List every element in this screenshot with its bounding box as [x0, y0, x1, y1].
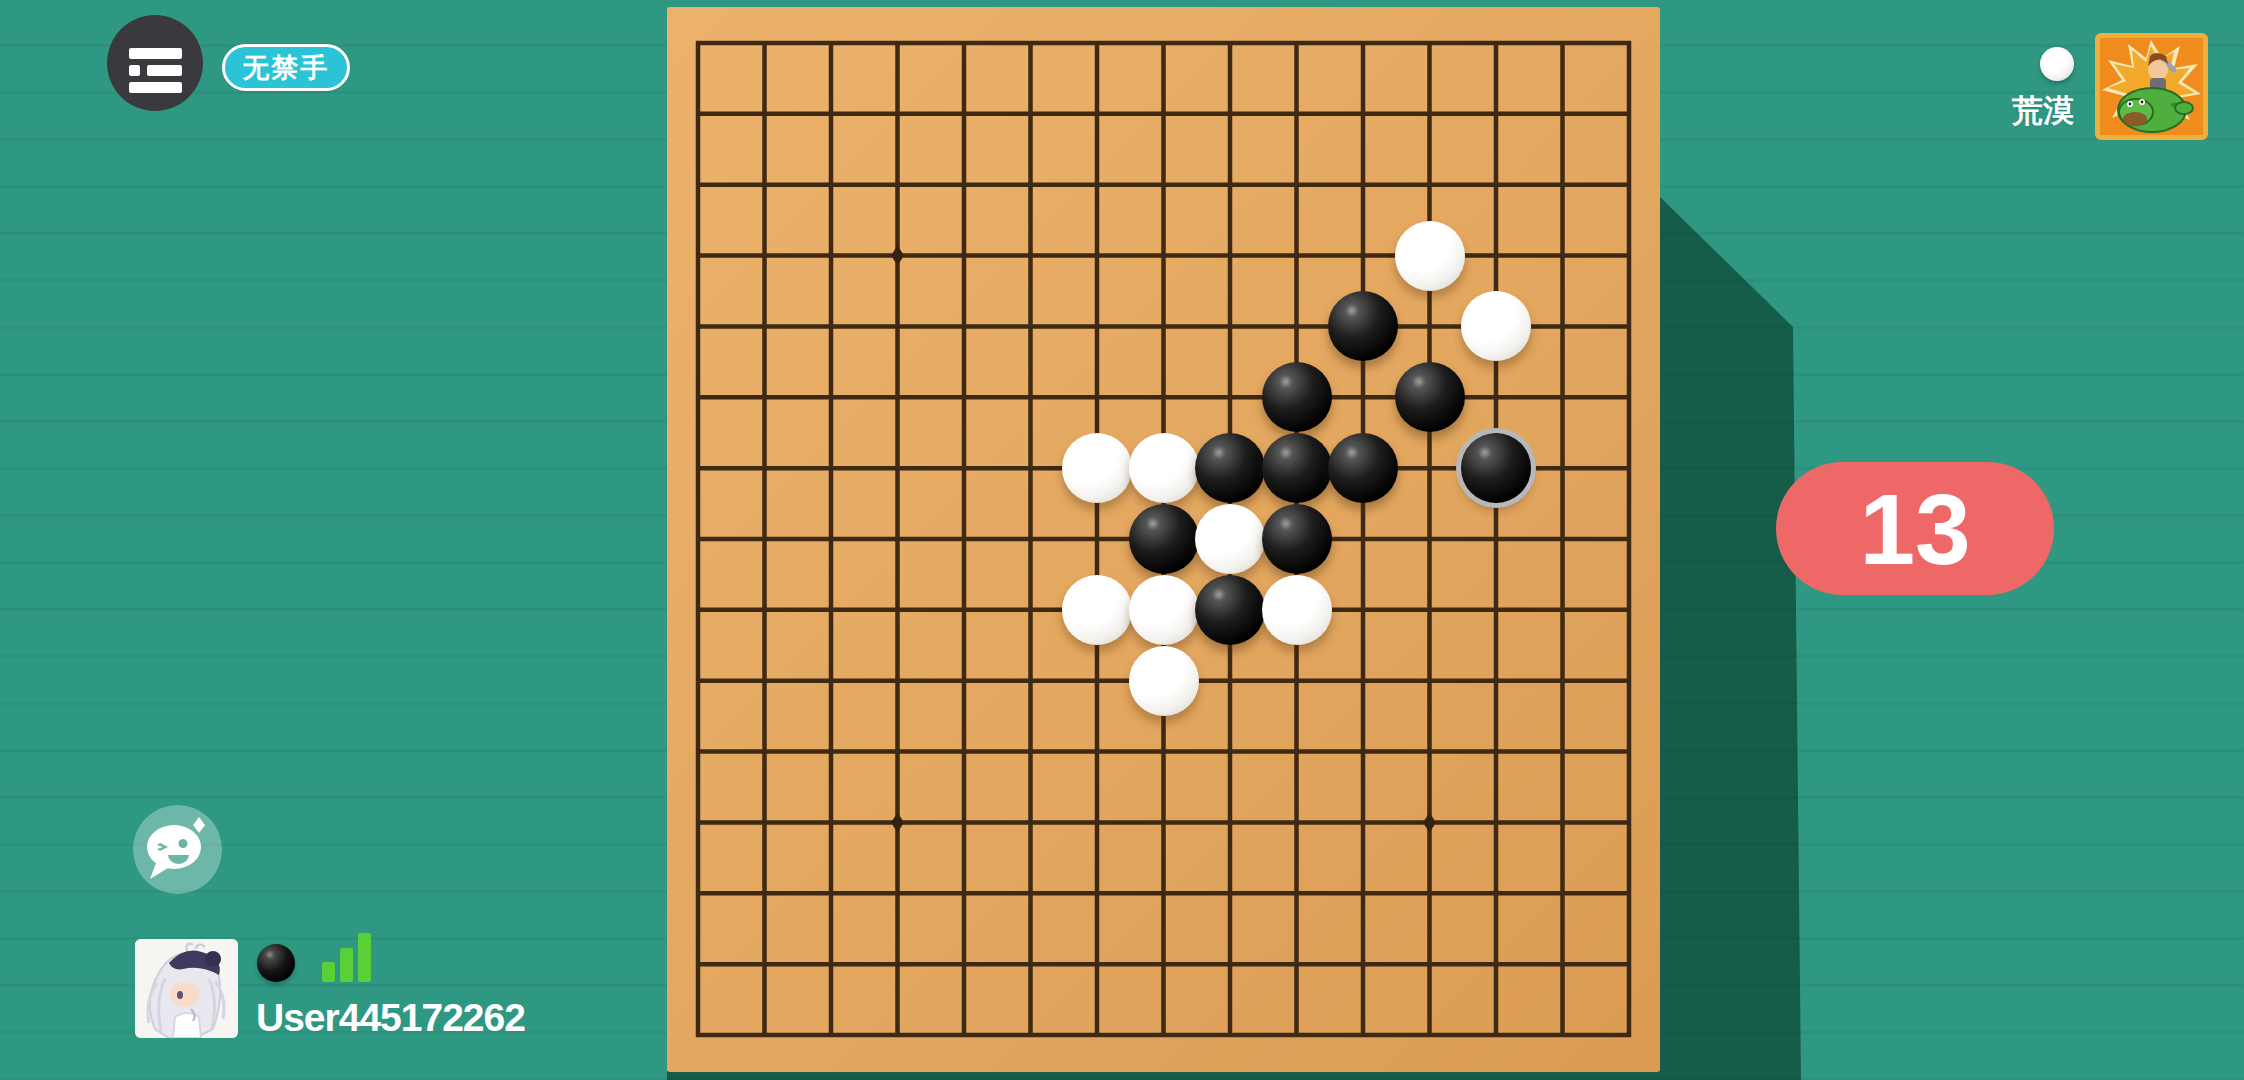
white-stone: [1129, 433, 1199, 503]
move-timer: 13: [1776, 462, 2054, 595]
black-stone: [1195, 433, 1265, 503]
game-screen: 无禁手 荒漠 13: [0, 0, 2244, 1080]
hamburger-menu-icon: [107, 15, 203, 111]
white-stone: [1062, 575, 1132, 645]
move-timer-value: 13: [1859, 479, 1970, 579]
black-stone: [1328, 433, 1398, 503]
black-stone: [1262, 362, 1332, 432]
black-stone-last-move: [1461, 433, 1531, 503]
white-stone: [1262, 575, 1332, 645]
white-stone: [1461, 291, 1531, 361]
star-point: [1423, 812, 1436, 832]
white-stone: [1129, 646, 1199, 716]
white-stone: [1062, 433, 1132, 503]
black-stone: [1262, 433, 1332, 503]
black-stone: [1328, 291, 1398, 361]
black-stone: [1129, 504, 1199, 574]
my-username: User445172262: [256, 996, 525, 1040]
anime-girl-avatar-image: [135, 939, 238, 1038]
opponent-avatar[interactable]: [2095, 33, 2208, 140]
star-point: [891, 246, 904, 266]
opponent-name: 荒漠: [1985, 90, 2101, 132]
white-stone-indicator: [2040, 47, 2074, 81]
star-point: [891, 812, 904, 832]
white-stone: [1195, 504, 1265, 574]
white-stone: [1395, 221, 1465, 291]
dragon-rider-avatar-image: [2100, 38, 2203, 135]
menu-button[interactable]: [107, 15, 203, 111]
black-stone: [1262, 504, 1332, 574]
my-avatar[interactable]: [135, 939, 238, 1038]
rule-badge: 无禁手: [222, 44, 350, 91]
black-stone-indicator: [257, 944, 295, 982]
black-stone: [1195, 575, 1265, 645]
chat-button[interactable]: [133, 805, 222, 894]
rule-badge-label: 无禁手: [243, 50, 330, 86]
board[interactable]: [667, 7, 1660, 1072]
chat-emote-icon: [133, 805, 222, 894]
black-stone: [1395, 362, 1465, 432]
white-stone: [1129, 575, 1199, 645]
connection-signal-icon: [320, 932, 376, 984]
